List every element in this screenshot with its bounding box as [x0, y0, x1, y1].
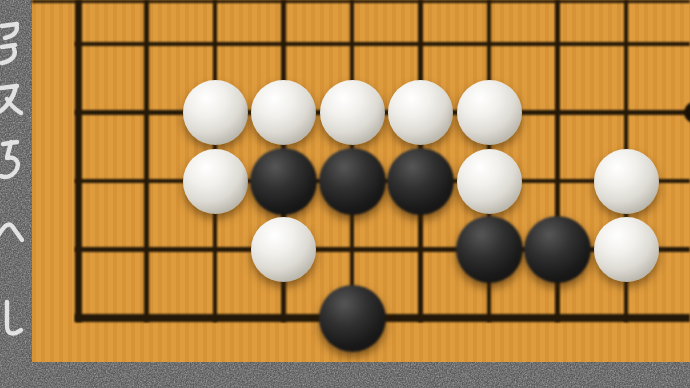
black-stone-H2: [524, 216, 591, 283]
black-stone-G2: [456, 216, 523, 283]
glyph-fragment-4: [0, 224, 22, 240]
go-diagram-thumbnail: [0, 0, 690, 388]
white-stone-J2: [594, 217, 659, 282]
black-stone-E3: [319, 148, 386, 215]
white-stone-F4: [388, 80, 453, 145]
white-stone-E4: [320, 80, 385, 145]
grid-vertical-line: [75, 0, 82, 322]
glyph-fragment-1: [2, 24, 17, 63]
cropped-grid-line-top-edge: [32, 0, 690, 3]
white-stone-G3: [457, 149, 522, 214]
glyph-fragment-5: [7, 302, 21, 333]
black-stone-F3: [387, 148, 454, 215]
white-stone-J3: [594, 149, 659, 214]
go-board: [32, 0, 690, 362]
black-stone-E1: [319, 285, 386, 352]
glyph-fragment-3: [1, 142, 18, 177]
grid-vertical-line: [144, 0, 149, 322]
grid-horizontal-line: [75, 42, 690, 47]
star-point-K4: [684, 102, 690, 123]
white-stone-D4: [251, 80, 316, 145]
white-stone-C4: [183, 80, 248, 145]
glyph-fragment-2: [0, 86, 21, 113]
white-stone-C3: [183, 149, 248, 214]
black-stone-D3: [250, 148, 317, 215]
left-strip-glyph-fragments: [0, 0, 36, 388]
white-stone-D2: [251, 217, 316, 282]
white-stone-G4: [457, 80, 522, 145]
